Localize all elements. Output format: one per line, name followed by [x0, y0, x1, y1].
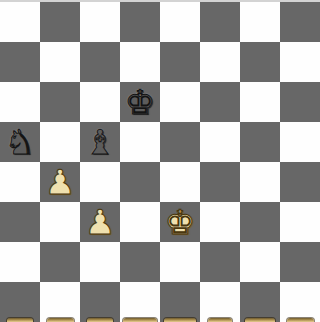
square-g2[interactable] [240, 242, 280, 282]
white-pawn[interactable]: ♟ [40, 162, 80, 202]
square-b8[interactable] [40, 2, 80, 42]
square-c6[interactable] [80, 82, 120, 122]
square-g8[interactable] [240, 2, 280, 42]
square-d6[interactable]: ♚ [120, 82, 160, 122]
square-d2[interactable] [120, 242, 160, 282]
square-c1[interactable] [80, 282, 120, 322]
square-c4[interactable] [80, 162, 120, 202]
square-f5[interactable] [200, 122, 240, 162]
square-d8[interactable] [120, 2, 160, 42]
square-g7[interactable] [240, 42, 280, 82]
square-g4[interactable] [240, 162, 280, 202]
square-h6[interactable] [280, 82, 320, 122]
square-e6[interactable] [160, 82, 200, 122]
square-c2[interactable] [80, 242, 120, 282]
square-e2[interactable] [160, 242, 200, 282]
square-c5[interactable]: ♝ [80, 122, 120, 162]
white-pawn[interactable]: ♟ [80, 202, 120, 242]
square-b5[interactable] [40, 122, 80, 162]
square-f8[interactable] [200, 2, 240, 42]
square-a5[interactable]: ♞ [0, 122, 40, 162]
square-g3[interactable] [240, 202, 280, 242]
square-a3[interactable] [0, 202, 40, 242]
square-a2[interactable] [0, 242, 40, 282]
square-b1[interactable] [40, 282, 80, 322]
square-e1[interactable] [160, 282, 200, 322]
black-king[interactable]: ♚ [120, 82, 160, 122]
square-e8[interactable] [160, 2, 200, 42]
clipped-piece-top-h [287, 318, 314, 322]
square-f1[interactable] [200, 282, 240, 322]
square-d7[interactable] [120, 42, 160, 82]
square-a4[interactable] [0, 162, 40, 202]
square-h1[interactable] [280, 282, 320, 322]
square-f4[interactable] [200, 162, 240, 202]
square-g5[interactable] [240, 122, 280, 162]
square-a7[interactable] [0, 42, 40, 82]
square-b3[interactable] [40, 202, 80, 242]
square-e7[interactable] [160, 42, 200, 82]
chess-board-screenshot: ♚♞♝♟♟♚ [0, 0, 320, 322]
square-e3[interactable]: ♚ [160, 202, 200, 242]
clipped-piece-top-f [208, 318, 232, 322]
square-b2[interactable] [40, 242, 80, 282]
square-h5[interactable] [280, 122, 320, 162]
square-a8[interactable] [0, 2, 40, 42]
square-d4[interactable] [120, 162, 160, 202]
square-d5[interactable] [120, 122, 160, 162]
clipped-piece-top-a [7, 318, 33, 322]
square-f7[interactable] [200, 42, 240, 82]
square-h3[interactable] [280, 202, 320, 242]
black-bishop[interactable]: ♝ [80, 122, 120, 162]
square-g6[interactable] [240, 82, 280, 122]
black-knight[interactable]: ♞ [0, 122, 40, 162]
square-f3[interactable] [200, 202, 240, 242]
clipped-piece-top-d [123, 318, 157, 322]
square-a6[interactable] [0, 82, 40, 122]
square-h2[interactable] [280, 242, 320, 282]
square-g1[interactable] [240, 282, 280, 322]
clipped-piece-top-c [87, 318, 113, 322]
square-c7[interactable] [80, 42, 120, 82]
square-b7[interactable] [40, 42, 80, 82]
chess-board[interactable]: ♚♞♝♟♟♚ [0, 2, 320, 322]
square-a1[interactable] [0, 282, 40, 322]
square-h7[interactable] [280, 42, 320, 82]
square-c3[interactable]: ♟ [80, 202, 120, 242]
clipped-piece-top-g [245, 318, 275, 322]
square-f6[interactable] [200, 82, 240, 122]
clipped-piece-top-b [47, 318, 74, 322]
square-h4[interactable] [280, 162, 320, 202]
square-e5[interactable] [160, 122, 200, 162]
clipped-piece-top-e [164, 318, 196, 322]
square-c8[interactable] [80, 2, 120, 42]
square-d3[interactable] [120, 202, 160, 242]
square-f2[interactable] [200, 242, 240, 282]
square-b4[interactable]: ♟ [40, 162, 80, 202]
square-d1[interactable] [120, 282, 160, 322]
square-h8[interactable] [280, 2, 320, 42]
white-king[interactable]: ♚ [160, 202, 200, 242]
square-b6[interactable] [40, 82, 80, 122]
square-e4[interactable] [160, 162, 200, 202]
